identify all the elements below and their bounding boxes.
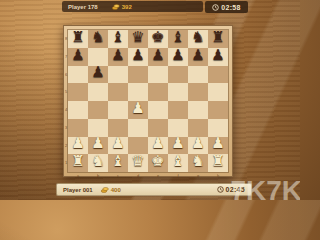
piece-black-rook[interactable]: ♜ (71, 30, 84, 45)
square-d6[interactable] (128, 66, 148, 84)
opponent-coin-count: 392 (122, 4, 132, 10)
rank-label-2: 2 (64, 137, 68, 155)
piece-black-pawn[interactable]: ♟ (131, 48, 144, 63)
square-e4[interactable] (148, 101, 168, 119)
square-h7[interactable]: ♟ (208, 48, 228, 66)
opponent-name: Player 178 (68, 4, 98, 10)
piece-black-pawn[interactable]: ♟ (151, 48, 164, 63)
square-g5[interactable] (188, 83, 208, 101)
square-b5[interactable] (88, 83, 108, 101)
rank-label-5: 5 (64, 83, 68, 101)
square-b8[interactable]: ♞ (88, 30, 108, 48)
piece-black-knight[interactable]: ♞ (91, 30, 104, 45)
square-f4[interactable] (168, 101, 188, 119)
piece-white-pawn[interactable]: ♟ (91, 136, 104, 151)
square-a5[interactable] (68, 83, 88, 101)
piece-white-pawn[interactable]: ♟ (71, 136, 84, 151)
square-a6[interactable] (68, 66, 88, 84)
player-coin-count: 400 (111, 187, 121, 193)
square-h1[interactable]: ♜ (208, 154, 228, 172)
square-a7[interactable]: ♟ (68, 48, 88, 66)
piece-white-pawn[interactable]: ♟ (111, 136, 124, 151)
board-squares: ♜♞♝♛♚♝♞♜♟♟♟♟♟♟♟♟♟♟♟♟♟♟♟♟♜♞♝♛♚♝♞♜ (68, 30, 228, 172)
coins-icon (101, 186, 109, 193)
square-g4[interactable] (188, 101, 208, 119)
piece-black-pawn[interactable]: ♟ (91, 65, 104, 80)
square-d7[interactable]: ♟ (128, 48, 148, 66)
piece-white-rook[interactable]: ♜ (71, 154, 84, 169)
rank-label-4: 4 (64, 101, 68, 119)
piece-white-king[interactable]: ♚ (151, 154, 164, 169)
square-e7[interactable]: ♟ (148, 48, 168, 66)
chess-board: ♜♞♝♛♚♝♞♜♟♟♟♟♟♟♟♟♟♟♟♟♟♟♟♟♜♞♝♛♚♝♞♜ 8765432… (63, 25, 233, 177)
piece-white-knight[interactable]: ♞ (191, 154, 204, 169)
player-info-bar: Player 001 400 02:45 (56, 183, 252, 196)
rank-label-8: 8 (64, 30, 68, 48)
square-g7[interactable]: ♟ (188, 48, 208, 66)
square-d4[interactable]: ♟ (128, 101, 148, 119)
square-e5[interactable] (148, 83, 168, 101)
file-label-e: e (148, 173, 168, 178)
square-a1[interactable]: ♜ (68, 154, 88, 172)
piece-black-pawn[interactable]: ♟ (171, 48, 184, 63)
file-label-f: f (168, 173, 188, 178)
square-a4[interactable] (68, 101, 88, 119)
rank-label-6: 6 (64, 66, 68, 84)
piece-white-pawn[interactable]: ♟ (171, 136, 184, 151)
square-b6[interactable]: ♟ (88, 66, 108, 84)
file-label-b: b (88, 173, 108, 178)
square-d1[interactable]: ♛ (128, 154, 148, 172)
file-label-g: g (188, 173, 208, 178)
opponent-info-bar: Player 178 392 (62, 1, 203, 12)
piece-black-pawn[interactable]: ♟ (211, 48, 224, 63)
piece-black-pawn[interactable]: ♟ (111, 48, 124, 63)
piece-white-pawn[interactable]: ♟ (211, 136, 224, 151)
piece-white-pawn[interactable]: ♟ (191, 136, 204, 151)
square-f6[interactable] (168, 66, 188, 84)
coins-icon (112, 3, 120, 10)
square-g6[interactable] (188, 66, 208, 84)
player-name: Player 001 (63, 187, 93, 193)
piece-white-rook[interactable]: ♜ (211, 154, 224, 169)
piece-black-bishop[interactable]: ♝ (171, 30, 184, 45)
rank-label-3: 3 (64, 119, 68, 137)
file-label-d: d (128, 173, 148, 178)
square-c5[interactable] (108, 83, 128, 101)
piece-black-bishop[interactable]: ♝ (111, 30, 124, 45)
square-e6[interactable] (148, 66, 168, 84)
opponent-time: 02:58 (221, 4, 240, 11)
square-f1[interactable]: ♝ (168, 154, 188, 172)
square-e1[interactable]: ♚ (148, 154, 168, 172)
square-c1[interactable]: ♝ (108, 154, 128, 172)
piece-black-pawn[interactable]: ♟ (191, 48, 204, 63)
opponent-coins-group: 392 (112, 3, 132, 10)
square-c7[interactable]: ♟ (108, 48, 128, 66)
square-f5[interactable] (168, 83, 188, 101)
piece-black-queen[interactable]: ♛ (131, 30, 144, 45)
piece-black-pawn[interactable]: ♟ (71, 48, 84, 63)
square-c6[interactable] (108, 66, 128, 84)
square-h6[interactable] (208, 66, 228, 84)
square-b4[interactable] (88, 101, 108, 119)
piece-white-bishop[interactable]: ♝ (111, 154, 124, 169)
square-g1[interactable]: ♞ (188, 154, 208, 172)
player-time: 02:45 (226, 186, 245, 193)
square-f7[interactable]: ♟ (168, 48, 188, 66)
file-label-a: a (68, 173, 88, 178)
piece-black-king[interactable]: ♚ (151, 30, 164, 45)
piece-white-queen[interactable]: ♛ (131, 154, 144, 169)
clock-icon (212, 4, 219, 11)
piece-white-knight[interactable]: ♞ (91, 154, 104, 169)
square-b1[interactable]: ♞ (88, 154, 108, 172)
square-h5[interactable] (208, 83, 228, 101)
piece-black-rook[interactable]: ♜ (211, 30, 224, 45)
rank-label-7: 7 (64, 48, 68, 66)
opponent-timer: 02:58 (205, 1, 248, 13)
file-label-h: h (208, 173, 228, 178)
clock-icon (217, 186, 224, 193)
square-d3[interactable] (128, 119, 148, 137)
piece-white-bishop[interactable]: ♝ (171, 154, 184, 169)
piece-white-pawn[interactable]: ♟ (131, 101, 144, 116)
piece-white-pawn[interactable]: ♟ (151, 136, 164, 151)
file-label-c: c (108, 173, 128, 178)
square-c4[interactable] (108, 101, 128, 119)
rank-label-1: 1 (64, 154, 68, 172)
player-coins-group: 400 (101, 186, 121, 193)
piece-black-knight[interactable]: ♞ (191, 30, 204, 45)
square-h4[interactable] (208, 101, 228, 119)
